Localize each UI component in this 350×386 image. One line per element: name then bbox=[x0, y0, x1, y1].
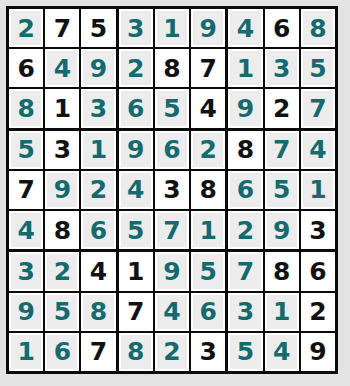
box-2-2: 962438571 bbox=[119, 131, 226, 250]
cell-r1c7[interactable]: 4 bbox=[228, 9, 262, 47]
box-2-1: 531792486 bbox=[9, 131, 116, 250]
cell-r9c2[interactable]: 6 bbox=[45, 333, 79, 371]
cell-r7c8[interactable]: 8 bbox=[265, 252, 299, 290]
cell-r4c5[interactable]: 6 bbox=[155, 131, 189, 169]
cell-r1c3[interactable]: 5 bbox=[81, 9, 115, 47]
box-1-2: 319287654 bbox=[119, 9, 226, 128]
cell-r7c6[interactable]: 5 bbox=[191, 252, 225, 290]
cell-r5c6[interactable]: 8 bbox=[191, 171, 225, 209]
box-1-1: 275649813 bbox=[9, 9, 116, 128]
cell-r2c1[interactable]: 6 bbox=[9, 49, 43, 87]
cell-r6c9[interactable]: 3 bbox=[301, 211, 335, 249]
cell-r6c6[interactable]: 1 bbox=[191, 211, 225, 249]
cell-r4c6[interactable]: 2 bbox=[191, 131, 225, 169]
cell-r6c8[interactable]: 9 bbox=[265, 211, 299, 249]
cell-r7c5[interactable]: 9 bbox=[155, 252, 189, 290]
cell-r7c9[interactable]: 6 bbox=[301, 252, 335, 290]
cell-r3c9[interactable]: 7 bbox=[301, 89, 335, 127]
cell-r5c5[interactable]: 3 bbox=[155, 171, 189, 209]
cell-r5c8[interactable]: 5 bbox=[265, 171, 299, 209]
cell-r8c7[interactable]: 3 bbox=[228, 293, 262, 331]
cell-r5c4[interactable]: 4 bbox=[119, 171, 153, 209]
cell-r2c4[interactable]: 2 bbox=[119, 49, 153, 87]
cell-r6c7[interactable]: 2 bbox=[228, 211, 262, 249]
cell-r2c5[interactable]: 8 bbox=[155, 49, 189, 87]
page-background: 2756498133192876544681359275317924869624… bbox=[0, 0, 350, 386]
cell-r6c4[interactable]: 5 bbox=[119, 211, 153, 249]
cell-r1c6[interactable]: 9 bbox=[191, 9, 225, 47]
cell-r4c7[interactable]: 8 bbox=[228, 131, 262, 169]
cell-r2c6[interactable]: 7 bbox=[191, 49, 225, 87]
cell-r9c6[interactable]: 3 bbox=[191, 333, 225, 371]
box-3-3: 786312549 bbox=[228, 252, 335, 371]
cell-r6c2[interactable]: 8 bbox=[45, 211, 79, 249]
cell-r5c3[interactable]: 2 bbox=[81, 171, 115, 209]
cell-r9c7[interactable]: 5 bbox=[228, 333, 262, 371]
cell-r5c2[interactable]: 9 bbox=[45, 171, 79, 209]
cell-r1c9[interactable]: 8 bbox=[301, 9, 335, 47]
cell-r7c3[interactable]: 4 bbox=[81, 252, 115, 290]
cell-r4c4[interactable]: 9 bbox=[119, 131, 153, 169]
cell-r4c1[interactable]: 5 bbox=[9, 131, 43, 169]
cell-r3c4[interactable]: 6 bbox=[119, 89, 153, 127]
cell-r8c8[interactable]: 1 bbox=[265, 293, 299, 331]
cell-r8c9[interactable]: 2 bbox=[301, 293, 335, 331]
cell-r9c1[interactable]: 1 bbox=[9, 333, 43, 371]
box-3-1: 324958167 bbox=[9, 252, 116, 371]
cell-r7c7[interactable]: 7 bbox=[228, 252, 262, 290]
cell-r3c6[interactable]: 4 bbox=[191, 89, 225, 127]
cell-r4c9[interactable]: 4 bbox=[301, 131, 335, 169]
cell-r9c3[interactable]: 7 bbox=[81, 333, 115, 371]
cell-r6c5[interactable]: 7 bbox=[155, 211, 189, 249]
cell-r8c2[interactable]: 5 bbox=[45, 293, 79, 331]
cell-r9c4[interactable]: 8 bbox=[119, 333, 153, 371]
cell-r1c1[interactable]: 2 bbox=[9, 9, 43, 47]
cell-r7c4[interactable]: 1 bbox=[119, 252, 153, 290]
cell-r5c9[interactable]: 1 bbox=[301, 171, 335, 209]
cell-r2c8[interactable]: 3 bbox=[265, 49, 299, 87]
cell-r2c7[interactable]: 1 bbox=[228, 49, 262, 87]
box-1-3: 468135927 bbox=[228, 9, 335, 128]
cell-r1c2[interactable]: 7 bbox=[45, 9, 79, 47]
cell-r3c8[interactable]: 2 bbox=[265, 89, 299, 127]
cell-r3c2[interactable]: 1 bbox=[45, 89, 79, 127]
cell-r8c1[interactable]: 9 bbox=[9, 293, 43, 331]
cell-r1c8[interactable]: 6 bbox=[265, 9, 299, 47]
sudoku-board: 2756498133192876544681359275317924869624… bbox=[6, 6, 338, 374]
cell-r8c5[interactable]: 4 bbox=[155, 293, 189, 331]
cell-r6c1[interactable]: 4 bbox=[9, 211, 43, 249]
cell-r3c3[interactable]: 3 bbox=[81, 89, 115, 127]
cell-r8c3[interactable]: 8 bbox=[81, 293, 115, 331]
cell-r3c1[interactable]: 8 bbox=[9, 89, 43, 127]
cell-r4c2[interactable]: 3 bbox=[45, 131, 79, 169]
cell-r2c2[interactable]: 4 bbox=[45, 49, 79, 87]
cell-r2c3[interactable]: 9 bbox=[81, 49, 115, 87]
cell-r7c1[interactable]: 3 bbox=[9, 252, 43, 290]
cell-r5c1[interactable]: 7 bbox=[9, 171, 43, 209]
cell-r5c7[interactable]: 6 bbox=[228, 171, 262, 209]
cell-r3c5[interactable]: 5 bbox=[155, 89, 189, 127]
box-3-2: 195746823 bbox=[119, 252, 226, 371]
cell-r8c4[interactable]: 7 bbox=[119, 293, 153, 331]
cell-r1c4[interactable]: 3 bbox=[119, 9, 153, 47]
cell-r4c8[interactable]: 7 bbox=[265, 131, 299, 169]
cell-r1c5[interactable]: 1 bbox=[155, 9, 189, 47]
cell-r7c2[interactable]: 2 bbox=[45, 252, 79, 290]
cell-r4c3[interactable]: 1 bbox=[81, 131, 115, 169]
cell-r3c7[interactable]: 9 bbox=[228, 89, 262, 127]
box-2-3: 874651293 bbox=[228, 131, 335, 250]
cell-r6c3[interactable]: 6 bbox=[81, 211, 115, 249]
cell-r2c9[interactable]: 5 bbox=[301, 49, 335, 87]
cell-r9c5[interactable]: 2 bbox=[155, 333, 189, 371]
cell-r9c9[interactable]: 9 bbox=[301, 333, 335, 371]
cell-r9c8[interactable]: 4 bbox=[265, 333, 299, 371]
cell-r8c6[interactable]: 6 bbox=[191, 293, 225, 331]
